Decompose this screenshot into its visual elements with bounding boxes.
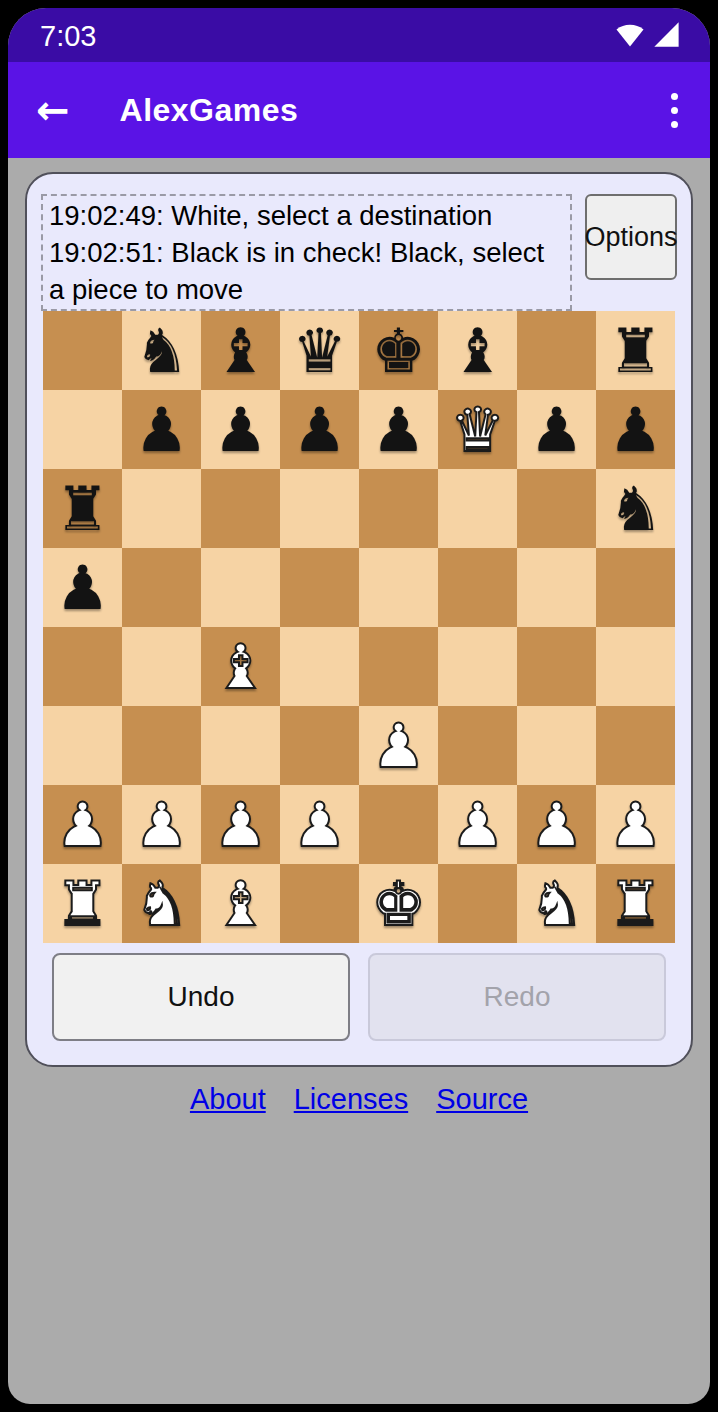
square-h1[interactable]: ♜ xyxy=(596,864,675,943)
square-b4[interactable] xyxy=(122,627,201,706)
square-f6[interactable] xyxy=(438,469,517,548)
square-h4[interactable] xyxy=(596,627,675,706)
square-e2[interactable] xyxy=(359,785,438,864)
white-knight: ♞ xyxy=(529,873,584,934)
square-c1[interactable]: ♝ xyxy=(201,864,280,943)
back-button[interactable]: ← xyxy=(36,90,70,130)
clock: 7:03 xyxy=(40,20,96,53)
white-pawn: ♟ xyxy=(292,794,347,855)
square-c3[interactable] xyxy=(201,706,280,785)
source-link[interactable]: Source xyxy=(436,1083,528,1116)
page-title: AlexGames xyxy=(120,92,299,129)
square-g6[interactable] xyxy=(517,469,596,548)
square-a6[interactable]: ♜ xyxy=(43,469,122,548)
square-d6[interactable] xyxy=(280,469,359,548)
white-pawn: ♟ xyxy=(608,794,663,855)
square-a1[interactable]: ♜ xyxy=(43,864,122,943)
square-h5[interactable] xyxy=(596,548,675,627)
square-e7[interactable]: ♟ xyxy=(359,390,438,469)
square-b7[interactable]: ♟ xyxy=(122,390,201,469)
square-g7[interactable]: ♟ xyxy=(517,390,596,469)
square-b6[interactable] xyxy=(122,469,201,548)
square-f3[interactable] xyxy=(438,706,517,785)
square-b2[interactable]: ♟ xyxy=(122,785,201,864)
square-h2[interactable]: ♟ xyxy=(596,785,675,864)
app-bar: ← AlexGames xyxy=(8,62,710,158)
redo-button[interactable]: Redo xyxy=(368,953,666,1041)
square-f4[interactable] xyxy=(438,627,517,706)
history-buttons: Undo Redo xyxy=(27,943,691,1041)
black-bishop: ♝ xyxy=(213,320,268,381)
black-king: ♚ xyxy=(371,320,426,381)
white-pawn: ♟ xyxy=(371,715,426,776)
square-a3[interactable] xyxy=(43,706,122,785)
square-e8[interactable]: ♚ xyxy=(359,311,438,390)
square-b5[interactable] xyxy=(122,548,201,627)
white-rook: ♜ xyxy=(55,873,110,934)
square-a2[interactable]: ♟ xyxy=(43,785,122,864)
square-c6[interactable] xyxy=(201,469,280,548)
square-c4[interactable]: ♝ xyxy=(201,627,280,706)
square-f8[interactable]: ♝ xyxy=(438,311,517,390)
square-f1[interactable] xyxy=(438,864,517,943)
square-e5[interactable] xyxy=(359,548,438,627)
black-pawn: ♟ xyxy=(213,399,268,460)
white-knight: ♞ xyxy=(134,873,189,934)
square-d8[interactable]: ♛ xyxy=(280,311,359,390)
white-pawn: ♟ xyxy=(450,794,505,855)
phone-screen: 7:03 ← AlexGames 19:02:49: White, select… xyxy=(8,8,710,1404)
black-rook: ♜ xyxy=(608,320,663,381)
square-b1[interactable]: ♞ xyxy=(122,864,201,943)
square-d4[interactable] xyxy=(280,627,359,706)
square-f5[interactable] xyxy=(438,548,517,627)
square-c8[interactable]: ♝ xyxy=(201,311,280,390)
wifi-icon xyxy=(615,21,645,52)
square-h3[interactable] xyxy=(596,706,675,785)
black-queen: ♛ xyxy=(292,320,347,381)
status-icons xyxy=(615,21,680,52)
square-g3[interactable] xyxy=(517,706,596,785)
square-b8[interactable]: ♞ xyxy=(122,311,201,390)
game-status-log: 19:02:49: White, select a destination 19… xyxy=(41,194,572,311)
footer-links: About Licenses Source xyxy=(8,1083,710,1116)
square-a4[interactable] xyxy=(43,627,122,706)
black-pawn: ♟ xyxy=(529,399,584,460)
black-knight: ♞ xyxy=(608,478,663,539)
black-pawn: ♟ xyxy=(371,399,426,460)
white-pawn: ♟ xyxy=(134,794,189,855)
white-pawn: ♟ xyxy=(55,794,110,855)
square-e1[interactable]: ♚ xyxy=(359,864,438,943)
square-f7[interactable]: ♛ xyxy=(438,390,517,469)
square-a7[interactable] xyxy=(43,390,122,469)
square-g4[interactable] xyxy=(517,627,596,706)
white-bishop: ♝ xyxy=(213,873,268,934)
square-e6[interactable] xyxy=(359,469,438,548)
undo-button[interactable]: Undo xyxy=(52,953,350,1041)
square-c5[interactable] xyxy=(201,548,280,627)
white-queen: ♛ xyxy=(450,399,505,460)
about-link[interactable]: About xyxy=(190,1083,266,1116)
black-pawn: ♟ xyxy=(55,557,110,618)
black-pawn: ♟ xyxy=(134,399,189,460)
square-a5[interactable]: ♟ xyxy=(43,548,122,627)
square-a8[interactable] xyxy=(43,311,122,390)
black-bishop: ♝ xyxy=(450,320,505,381)
square-g1[interactable]: ♞ xyxy=(517,864,596,943)
options-button[interactable]: Options xyxy=(585,194,677,280)
white-pawn: ♟ xyxy=(529,794,584,855)
square-c7[interactable]: ♟ xyxy=(201,390,280,469)
square-c2[interactable]: ♟ xyxy=(201,785,280,864)
square-g2[interactable]: ♟ xyxy=(517,785,596,864)
square-e3[interactable]: ♟ xyxy=(359,706,438,785)
black-knight: ♞ xyxy=(134,320,189,381)
game-card: 19:02:49: White, select a destination 19… xyxy=(25,172,693,1067)
overflow-menu-button[interactable] xyxy=(667,85,682,135)
black-pawn: ♟ xyxy=(292,399,347,460)
square-f2[interactable]: ♟ xyxy=(438,785,517,864)
black-rook: ♜ xyxy=(55,478,110,539)
square-h8[interactable]: ♜ xyxy=(596,311,675,390)
square-d1[interactable] xyxy=(280,864,359,943)
square-g8[interactable] xyxy=(517,311,596,390)
square-d3[interactable] xyxy=(280,706,359,785)
white-king: ♚ xyxy=(371,873,426,934)
cell-signal-icon xyxy=(653,21,680,52)
square-e4[interactable] xyxy=(359,627,438,706)
square-h6[interactable]: ♞ xyxy=(596,469,675,548)
square-d2[interactable]: ♟ xyxy=(280,785,359,864)
white-rook: ♜ xyxy=(608,873,663,934)
square-d7[interactable]: ♟ xyxy=(280,390,359,469)
status-bar: 7:03 xyxy=(8,8,710,62)
top-row: 19:02:49: White, select a destination 19… xyxy=(27,174,691,311)
white-pawn: ♟ xyxy=(213,794,268,855)
square-d5[interactable] xyxy=(280,548,359,627)
square-b3[interactable] xyxy=(122,706,201,785)
white-bishop: ♝ xyxy=(213,636,268,697)
black-pawn: ♟ xyxy=(608,399,663,460)
chess-board: ♞♝♛♚♝♜♟♟♟♟♛♟♟♜♞♟♝♟♟♟♟♟♟♟♟♜♞♝♚♞♜ xyxy=(43,311,675,943)
square-h7[interactable]: ♟ xyxy=(596,390,675,469)
square-g5[interactable] xyxy=(517,548,596,627)
licenses-link[interactable]: Licenses xyxy=(294,1083,408,1116)
